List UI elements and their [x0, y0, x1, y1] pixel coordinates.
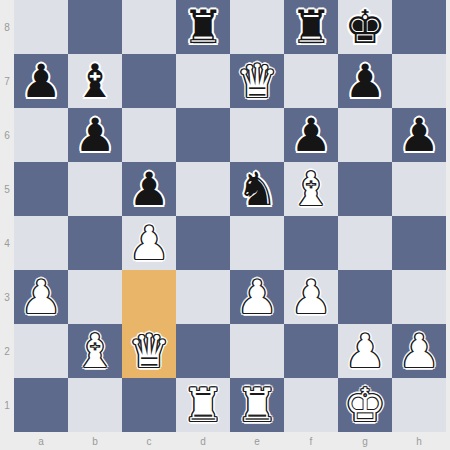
square-c8[interactable] — [122, 0, 176, 54]
square-e6[interactable] — [230, 108, 284, 162]
square-b4[interactable] — [68, 216, 122, 270]
black-pawn-piece[interactable]: ♟ — [338, 54, 392, 108]
file-label-h: h — [392, 432, 446, 450]
black-pawn-piece[interactable]: ♟ — [68, 108, 122, 162]
square-g6[interactable] — [338, 108, 392, 162]
square-c4[interactable]: ♟ — [122, 216, 176, 270]
square-g7[interactable]: ♟ — [338, 54, 392, 108]
square-b3[interactable] — [68, 270, 122, 324]
square-a4[interactable] — [14, 216, 68, 270]
black-pawn-piece[interactable]: ♟ — [392, 108, 446, 162]
white-bishop-piece[interactable]: ♝ — [284, 162, 338, 216]
white-queen-piece[interactable]: ♛ — [122, 324, 176, 378]
square-b5[interactable] — [68, 162, 122, 216]
square-h1[interactable] — [392, 378, 446, 432]
black-rook-piece[interactable]: ♜ — [176, 0, 230, 54]
square-d8[interactable]: ♜ — [176, 0, 230, 54]
square-g4[interactable] — [338, 216, 392, 270]
black-bishop-piece[interactable]: ♝ — [68, 54, 122, 108]
white-pawn-piece[interactable]: ♟ — [230, 270, 284, 324]
square-f6[interactable]: ♟ — [284, 108, 338, 162]
square-c7[interactable] — [122, 54, 176, 108]
square-f2[interactable] — [284, 324, 338, 378]
square-f3[interactable]: ♟ — [284, 270, 338, 324]
rank-label-4: 4 — [0, 216, 14, 270]
rank-label-6: 6 — [0, 108, 14, 162]
square-d2[interactable] — [176, 324, 230, 378]
white-pawn-piece[interactable]: ♟ — [338, 324, 392, 378]
black-pawn-piece[interactable]: ♟ — [14, 54, 68, 108]
square-e2[interactable] — [230, 324, 284, 378]
white-pawn-piece[interactable]: ♟ — [392, 324, 446, 378]
rank-label-3: 3 — [0, 270, 14, 324]
square-b7[interactable]: ♝ — [68, 54, 122, 108]
square-a1[interactable] — [14, 378, 68, 432]
square-d4[interactable] — [176, 216, 230, 270]
square-d1[interactable]: ♜ — [176, 378, 230, 432]
square-e7[interactable]: ♛ — [230, 54, 284, 108]
square-d5[interactable] — [176, 162, 230, 216]
square-e4[interactable] — [230, 216, 284, 270]
rank-label-1: 1 — [0, 378, 14, 432]
black-king-piece[interactable]: ♚ — [338, 0, 392, 54]
square-f7[interactable] — [284, 54, 338, 108]
file-label-c: c — [122, 432, 176, 450]
white-queen-piece[interactable]: ♛ — [230, 54, 284, 108]
square-g3[interactable] — [338, 270, 392, 324]
square-b8[interactable] — [68, 0, 122, 54]
white-king-piece[interactable]: ♚ — [338, 378, 392, 432]
square-e8[interactable] — [230, 0, 284, 54]
white-bishop-piece[interactable]: ♝ — [68, 324, 122, 378]
square-c2[interactable]: ♛ — [122, 324, 176, 378]
square-f5[interactable]: ♝ — [284, 162, 338, 216]
black-knight-piece[interactable]: ♞ — [230, 162, 284, 216]
square-h4[interactable] — [392, 216, 446, 270]
square-a2[interactable] — [14, 324, 68, 378]
file-label-f: f — [284, 432, 338, 450]
square-d7[interactable] — [176, 54, 230, 108]
square-g5[interactable] — [338, 162, 392, 216]
square-a7[interactable]: ♟ — [14, 54, 68, 108]
square-b6[interactable]: ♟ — [68, 108, 122, 162]
rank-label-7: 7 — [0, 54, 14, 108]
square-h2[interactable]: ♟ — [392, 324, 446, 378]
square-e5[interactable]: ♞ — [230, 162, 284, 216]
file-labels: abcdefgh — [14, 432, 446, 450]
white-pawn-piece[interactable]: ♟ — [14, 270, 68, 324]
square-a3[interactable]: ♟ — [14, 270, 68, 324]
file-label-g: g — [338, 432, 392, 450]
square-e3[interactable]: ♟ — [230, 270, 284, 324]
square-c6[interactable] — [122, 108, 176, 162]
square-d3[interactable] — [176, 270, 230, 324]
white-pawn-piece[interactable]: ♟ — [284, 270, 338, 324]
rank-label-8: 8 — [0, 0, 14, 54]
square-f4[interactable] — [284, 216, 338, 270]
black-pawn-piece[interactable]: ♟ — [284, 108, 338, 162]
black-rook-piece[interactable]: ♜ — [284, 0, 338, 54]
square-h3[interactable] — [392, 270, 446, 324]
white-rook-piece[interactable]: ♜ — [230, 378, 284, 432]
square-d6[interactable] — [176, 108, 230, 162]
square-h5[interactable] — [392, 162, 446, 216]
file-label-d: d — [176, 432, 230, 450]
square-c3[interactable] — [122, 270, 176, 324]
square-g2[interactable]: ♟ — [338, 324, 392, 378]
file-label-e: e — [230, 432, 284, 450]
square-e1[interactable]: ♜ — [230, 378, 284, 432]
square-f1[interactable] — [284, 378, 338, 432]
square-h8[interactable] — [392, 0, 446, 54]
square-c5[interactable]: ♟ — [122, 162, 176, 216]
square-a8[interactable] — [14, 0, 68, 54]
square-g8[interactable]: ♚ — [338, 0, 392, 54]
square-b1[interactable] — [68, 378, 122, 432]
square-c1[interactable] — [122, 378, 176, 432]
file-label-b: b — [68, 432, 122, 450]
black-pawn-piece[interactable]: ♟ — [122, 162, 176, 216]
rank-label-2: 2 — [0, 324, 14, 378]
chess-board: ♜♜♚♟♝♛♟♟♟♟♟♞♝♟♟♟♟♝♛♟♟♜♜♚ — [14, 0, 446, 432]
square-h7[interactable] — [392, 54, 446, 108]
square-a5[interactable] — [14, 162, 68, 216]
square-g1[interactable]: ♚ — [338, 378, 392, 432]
square-a6[interactable] — [14, 108, 68, 162]
white-rook-piece[interactable]: ♜ — [176, 378, 230, 432]
white-pawn-piece[interactable]: ♟ — [122, 216, 176, 270]
square-h6[interactable]: ♟ — [392, 108, 446, 162]
square-b2[interactable]: ♝ — [68, 324, 122, 378]
rank-label-5: 5 — [0, 162, 14, 216]
rank-labels: 87654321 — [0, 0, 14, 432]
square-f8[interactable]: ♜ — [284, 0, 338, 54]
file-label-a: a — [14, 432, 68, 450]
